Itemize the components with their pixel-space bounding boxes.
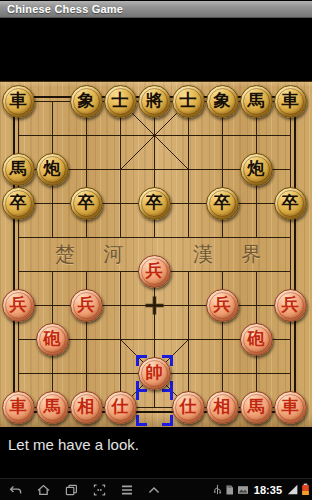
piece-red-general[interactable]: 帥	[138, 357, 171, 390]
piece-black-soldier[interactable]: 卒	[70, 187, 103, 220]
piece-red-cannon[interactable]: 砲	[240, 323, 273, 356]
piece-black-cannon[interactable]: 炮	[36, 153, 69, 186]
last-move-highlight	[138, 391, 171, 424]
piece-red-soldier[interactable]: 兵	[70, 289, 103, 322]
app-title: Chinese Chess Game	[0, 3, 123, 15]
piece-black-elephant[interactable]: 象	[206, 85, 239, 118]
usb-icon	[213, 484, 222, 496]
piece-red-horse[interactable]: 馬	[240, 391, 273, 424]
piece-red-soldier[interactable]: 兵	[206, 289, 239, 322]
piece-red-horse[interactable]: 馬	[36, 391, 69, 424]
piece-black-soldier[interactable]: 卒	[206, 187, 239, 220]
home-icon	[38, 485, 49, 494]
piece-red-elephant[interactable]: 相	[70, 391, 103, 424]
piece-black-chariot[interactable]: 車	[274, 85, 307, 118]
back-button[interactable]	[9, 484, 22, 496]
piece-red-soldier[interactable]: 兵	[274, 289, 307, 322]
clock: 18:35	[254, 484, 282, 496]
piece-red-advisor[interactable]: 仕	[104, 391, 137, 424]
piece-black-horse[interactable]: 馬	[2, 153, 35, 186]
chevron-up-icon	[149, 488, 158, 493]
piece-black-horse[interactable]: 馬	[240, 85, 273, 118]
sd-card-icon	[225, 484, 234, 496]
piece-black-soldier[interactable]: 卒	[2, 187, 35, 220]
piece-red-soldier[interactable]: 兵	[2, 289, 35, 322]
piece-red-chariot[interactable]: 車	[274, 391, 307, 424]
piece-black-soldier[interactable]: 卒	[274, 187, 307, 220]
phone-screen: Chinese Chess Game 楚 河 漢 界 車象士將士象馬車馬炮炮卒卒…	[0, 0, 312, 500]
android-nav-bar: 18:35	[0, 478, 312, 500]
menu-button[interactable]	[121, 484, 133, 496]
nav-buttons	[0, 484, 160, 496]
piece-red-soldier[interactable]: 兵	[138, 255, 171, 288]
piece-red-cannon[interactable]: 砲	[36, 323, 69, 356]
battery-icon	[301, 483, 310, 496]
menu-icon	[122, 486, 132, 493]
title-bar: Chinese Chess Game	[0, 1, 312, 18]
piece-black-elephant[interactable]: 象	[70, 85, 103, 118]
piece-black-general[interactable]: 將	[138, 85, 171, 118]
xiangqi-board[interactable]: 楚 河 漢 界 車象士將士象馬車馬炮炮卒卒卒卒卒兵兵兵兵兵砲砲帥車馬相仕仕相馬車	[0, 81, 312, 427]
piece-red-elephant[interactable]: 相	[206, 391, 239, 424]
piece-black-cannon[interactable]: 炮	[240, 153, 273, 186]
piece-red-advisor[interactable]: 仕	[172, 391, 205, 424]
piece-black-soldier[interactable]: 卒	[138, 187, 171, 220]
home-button[interactable]	[37, 484, 50, 496]
capture-icon	[94, 485, 104, 495]
status-message: Let me have a look.	[8, 436, 139, 453]
piece-black-chariot[interactable]: 車	[2, 85, 35, 118]
pieces-layer: 車象士將士象馬車馬炮炮卒卒卒卒卒兵兵兵兵兵砲砲帥車馬相仕仕相馬車	[1, 84, 307, 424]
screenshot-icon	[237, 484, 249, 496]
capture-button[interactable]	[93, 484, 106, 496]
piece-black-advisor[interactable]: 士	[104, 85, 137, 118]
status-area: Let me have a look.	[0, 427, 312, 478]
status-indicators: 18:35	[213, 483, 312, 496]
collapse-button[interactable]	[148, 485, 160, 495]
piece-red-chariot[interactable]: 車	[2, 391, 35, 424]
signal-icon	[287, 484, 298, 495]
piece-black-advisor[interactable]: 士	[172, 85, 205, 118]
recents-button[interactable]	[65, 484, 78, 496]
back-icon	[11, 486, 21, 493]
